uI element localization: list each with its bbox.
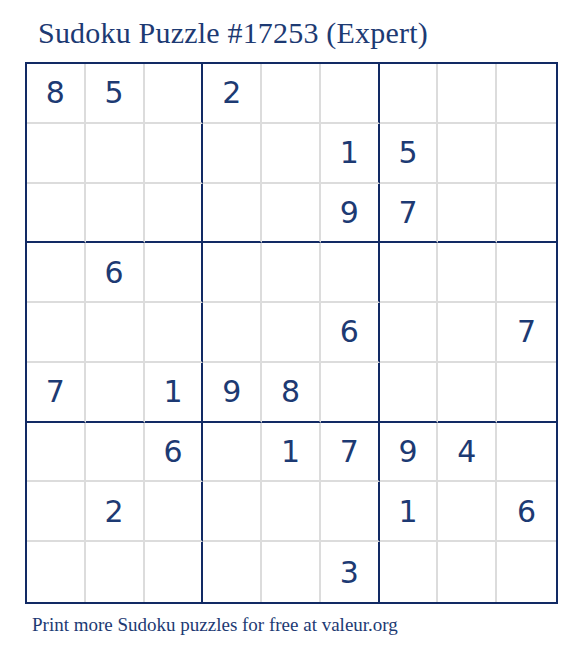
- cell-r8c9[interactable]: 6: [497, 482, 556, 542]
- cell-r9c8[interactable]: [438, 542, 497, 602]
- cell-r5c9[interactable]: 7: [497, 303, 556, 363]
- cell-r5c4[interactable]: [203, 303, 262, 363]
- cell-r1c5[interactable]: [262, 64, 321, 124]
- cell-r3c2[interactable]: [86, 184, 145, 244]
- cell-r8c3[interactable]: [145, 482, 204, 542]
- cell-r4c1[interactable]: [27, 243, 86, 303]
- cell-r7c9[interactable]: [497, 423, 556, 483]
- sudoku-board: 85215976677198617942163: [25, 62, 558, 604]
- cell-r8c4[interactable]: [203, 482, 262, 542]
- cell-r1c1[interactable]: 8: [27, 64, 86, 124]
- cell-r3c1[interactable]: [27, 184, 86, 244]
- cell-r9c9[interactable]: [497, 542, 556, 602]
- cell-r2c5[interactable]: [262, 124, 321, 184]
- cell-r3c3[interactable]: [145, 184, 204, 244]
- cell-r6c7[interactable]: [380, 363, 439, 423]
- cell-r1c9[interactable]: [497, 64, 556, 124]
- cell-r7c2[interactable]: [86, 423, 145, 483]
- cell-r2c1[interactable]: [27, 124, 86, 184]
- cell-r5c5[interactable]: [262, 303, 321, 363]
- cell-r2c4[interactable]: [203, 124, 262, 184]
- cell-r9c7[interactable]: [380, 542, 439, 602]
- cell-r3c6[interactable]: 9: [321, 184, 380, 244]
- cell-r7c5[interactable]: 1: [262, 423, 321, 483]
- cell-r2c6[interactable]: 1: [321, 124, 380, 184]
- cell-r6c9[interactable]: [497, 363, 556, 423]
- cell-r9c3[interactable]: [145, 542, 204, 602]
- cell-r3c7[interactable]: 7: [380, 184, 439, 244]
- cell-r7c6[interactable]: 7: [321, 423, 380, 483]
- cell-r6c2[interactable]: [86, 363, 145, 423]
- cell-r7c4[interactable]: [203, 423, 262, 483]
- cell-r3c4[interactable]: [203, 184, 262, 244]
- cell-r1c8[interactable]: [438, 64, 497, 124]
- cell-r4c7[interactable]: [380, 243, 439, 303]
- cell-r7c8[interactable]: 4: [438, 423, 497, 483]
- cell-r9c1[interactable]: [27, 542, 86, 602]
- cell-r7c3[interactable]: 6: [145, 423, 204, 483]
- cell-r4c9[interactable]: [497, 243, 556, 303]
- cell-r5c8[interactable]: [438, 303, 497, 363]
- cell-r6c5[interactable]: 8: [262, 363, 321, 423]
- cell-r1c3[interactable]: [145, 64, 204, 124]
- cell-r3c8[interactable]: [438, 184, 497, 244]
- cell-r6c3[interactable]: 1: [145, 363, 204, 423]
- page-title: Sudoku Puzzle #17253 (Expert): [38, 16, 428, 49]
- cell-r2c7[interactable]: 5: [380, 124, 439, 184]
- cell-r1c2[interactable]: 5: [86, 64, 145, 124]
- cell-r5c3[interactable]: [145, 303, 204, 363]
- cell-r9c2[interactable]: [86, 542, 145, 602]
- cell-r6c1[interactable]: 7: [27, 363, 86, 423]
- cell-r4c5[interactable]: [262, 243, 321, 303]
- cell-r8c1[interactable]: [27, 482, 86, 542]
- sudoku-page: Sudoku Puzzle #17253 (Expert) 8521597667…: [0, 0, 580, 651]
- cell-r7c7[interactable]: 9: [380, 423, 439, 483]
- cell-r1c4[interactable]: 2: [203, 64, 262, 124]
- cell-r4c6[interactable]: [321, 243, 380, 303]
- cell-r1c7[interactable]: [380, 64, 439, 124]
- cell-r6c8[interactable]: [438, 363, 497, 423]
- cell-r4c2[interactable]: 6: [86, 243, 145, 303]
- cell-r7c1[interactable]: [27, 423, 86, 483]
- footer-text: Print more Sudoku puzzles for free at va…: [32, 614, 398, 636]
- cell-r5c2[interactable]: [86, 303, 145, 363]
- cell-r4c3[interactable]: [145, 243, 204, 303]
- cell-r8c2[interactable]: 2: [86, 482, 145, 542]
- cell-r1c6[interactable]: [321, 64, 380, 124]
- cell-r2c9[interactable]: [497, 124, 556, 184]
- cell-r5c7[interactable]: [380, 303, 439, 363]
- cell-r6c4[interactable]: 9: [203, 363, 262, 423]
- cell-r8c8[interactable]: [438, 482, 497, 542]
- cell-r2c2[interactable]: [86, 124, 145, 184]
- cell-r8c6[interactable]: [321, 482, 380, 542]
- cell-r9c6[interactable]: 3: [321, 542, 380, 602]
- cell-r4c4[interactable]: [203, 243, 262, 303]
- cell-r5c1[interactable]: [27, 303, 86, 363]
- cell-r4c8[interactable]: [438, 243, 497, 303]
- cell-r2c3[interactable]: [145, 124, 204, 184]
- cell-r8c7[interactable]: 1: [380, 482, 439, 542]
- cell-r3c9[interactable]: [497, 184, 556, 244]
- cell-r3c5[interactable]: [262, 184, 321, 244]
- cell-r6c6[interactable]: [321, 363, 380, 423]
- cell-r9c4[interactable]: [203, 542, 262, 602]
- cell-r2c8[interactable]: [438, 124, 497, 184]
- cell-r8c5[interactable]: [262, 482, 321, 542]
- cell-r5c6[interactable]: 6: [321, 303, 380, 363]
- cell-r9c5[interactable]: [262, 542, 321, 602]
